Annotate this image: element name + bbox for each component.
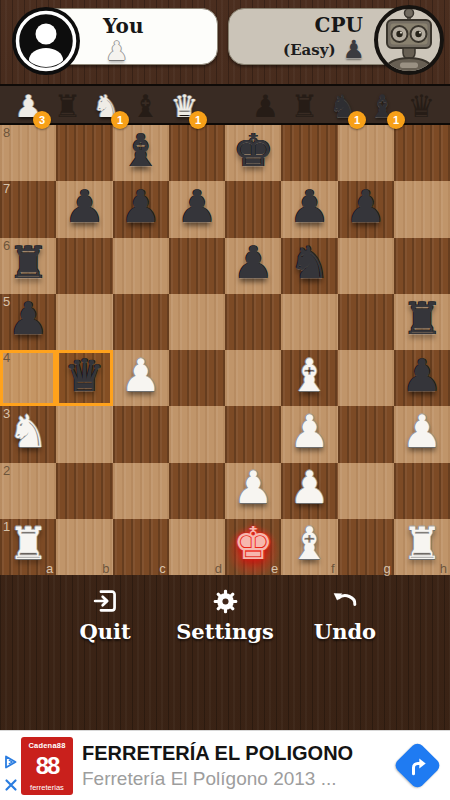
square-b5[interactable] bbox=[56, 294, 112, 350]
black-queen-b4[interactable]: ♛ bbox=[64, 353, 104, 398]
black-pawn-h4[interactable]: ♟ bbox=[402, 353, 442, 398]
square-a5[interactable]: 5♟ bbox=[0, 294, 56, 350]
quit-button[interactable]: Quit bbox=[61, 586, 149, 665]
ghost-queen-icon: ♛ bbox=[408, 90, 436, 123]
square-g6[interactable] bbox=[338, 238, 394, 294]
square-f6[interactable]: ♞ bbox=[281, 238, 337, 294]
ad-text[interactable]: FERRETERÍA EL POLIGONO Ferretería El Pol… bbox=[73, 741, 384, 791]
square-c4[interactable]: ♟ bbox=[113, 350, 169, 406]
gear-icon bbox=[212, 586, 239, 616]
black-pawn-d7[interactable]: ♟ bbox=[177, 184, 217, 229]
white-pawn-c4[interactable]: ♟ bbox=[120, 353, 160, 398]
square-d3[interactable] bbox=[169, 406, 225, 462]
black-king-e8[interactable]: ♚ bbox=[233, 128, 273, 173]
action-bar: Quit Settings bbox=[0, 575, 450, 665]
robot-avatar-icon bbox=[370, 4, 448, 78]
rank-label-3: 3 bbox=[3, 406, 10, 421]
capture-count-badge: 1 bbox=[348, 111, 366, 129]
black-pawn-e6[interactable]: ♟ bbox=[233, 240, 273, 285]
square-a6[interactable]: 6♜ bbox=[0, 238, 56, 294]
ad-cta[interactable] bbox=[384, 731, 450, 800]
square-d8[interactable] bbox=[169, 125, 225, 181]
difficulty-label: (Easy) bbox=[283, 41, 336, 59]
square-b3[interactable] bbox=[56, 406, 112, 462]
file-label-b: b bbox=[102, 561, 109, 576]
square-h3[interactable]: ♟ bbox=[394, 406, 450, 462]
black-pawn-icon: ♟ bbox=[343, 37, 365, 62]
square-c8[interactable]: ♝ bbox=[113, 125, 169, 181]
file-label-e: e bbox=[271, 561, 278, 576]
exit-icon bbox=[91, 586, 119, 616]
square-b8[interactable] bbox=[56, 125, 112, 181]
square-d7[interactable]: ♟ bbox=[169, 181, 225, 237]
square-g8[interactable] bbox=[338, 125, 394, 181]
square-h1[interactable]: h♜ bbox=[394, 519, 450, 575]
player-card-you[interactable]: You ♟ bbox=[10, 5, 222, 77]
undo-arrow-icon bbox=[330, 586, 360, 616]
square-h7[interactable] bbox=[394, 181, 450, 237]
logo-88-mark: 88 bbox=[36, 756, 59, 776]
ghost-rook-icon: ♜ bbox=[54, 90, 82, 123]
square-g2[interactable] bbox=[338, 463, 394, 519]
square-c6[interactable] bbox=[113, 238, 169, 294]
square-d6[interactable] bbox=[169, 238, 225, 294]
file-label-d: d bbox=[215, 561, 222, 576]
square-f4[interactable]: ♝ bbox=[281, 350, 337, 406]
square-c2[interactable] bbox=[113, 463, 169, 519]
player-card-cpu[interactable]: CPU (Easy) ♟ bbox=[226, 5, 440, 77]
square-g7[interactable]: ♟ bbox=[338, 181, 394, 237]
captured-black-rook: ♜ bbox=[285, 86, 324, 123]
white-pawn-f3[interactable]: ♟ bbox=[289, 409, 329, 454]
ad-close-icon[interactable] bbox=[4, 778, 18, 796]
square-d4[interactable] bbox=[169, 350, 225, 406]
square-f7[interactable]: ♟ bbox=[281, 181, 337, 237]
square-e6[interactable]: ♟ bbox=[225, 238, 281, 294]
turn-right-arrow-icon bbox=[392, 741, 441, 790]
rank-label-4: 4 bbox=[3, 350, 10, 365]
file-label-a: a bbox=[46, 561, 53, 576]
captured-white-knight: ♞1 bbox=[87, 86, 126, 123]
white-knight-a3[interactable]: ♞ bbox=[8, 409, 48, 454]
white-pawn-h3[interactable]: ♟ bbox=[402, 409, 442, 454]
captured-white-group: ♟3♜♞1♝♛1 bbox=[9, 86, 204, 123]
file-label-g: g bbox=[384, 561, 391, 576]
black-rook-h5[interactable]: ♜ bbox=[402, 296, 442, 341]
quit-label: Quit bbox=[79, 619, 130, 644]
rank-label-7: 7 bbox=[3, 181, 10, 196]
square-g1[interactable]: g bbox=[338, 519, 394, 575]
square-a4[interactable]: 4 bbox=[0, 350, 56, 406]
capture-count-badge: 1 bbox=[111, 111, 129, 129]
black-pawn-a5[interactable]: ♟ bbox=[8, 296, 48, 341]
square-f8[interactable] bbox=[281, 125, 337, 181]
captured-white-rook: ♜ bbox=[48, 86, 87, 123]
square-e7[interactable] bbox=[225, 181, 281, 237]
square-d1[interactable]: d bbox=[169, 519, 225, 575]
capture-count-badge: 3 bbox=[33, 111, 51, 129]
square-e1[interactable]: e♚ bbox=[225, 519, 281, 575]
black-pawn-c7[interactable]: ♟ bbox=[120, 184, 160, 229]
square-a7[interactable]: 7 bbox=[0, 181, 56, 237]
ad-controls bbox=[0, 731, 21, 800]
rank-label-1: 1 bbox=[3, 519, 10, 534]
square-f1[interactable]: f♝ bbox=[281, 519, 337, 575]
ghost-bishop-icon: ♝ bbox=[132, 90, 160, 123]
white-bishop-f1[interactable]: ♝ bbox=[289, 521, 329, 566]
undo-label: Undo bbox=[314, 619, 376, 644]
rank-label-2: 2 bbox=[3, 463, 10, 478]
square-h4[interactable]: ♟ bbox=[394, 350, 450, 406]
person-avatar-icon bbox=[10, 5, 82, 77]
adchoices-icon[interactable] bbox=[3, 754, 19, 774]
settings-button[interactable]: Settings bbox=[181, 586, 269, 665]
square-b6[interactable] bbox=[56, 238, 112, 294]
square-f5[interactable] bbox=[281, 294, 337, 350]
captured-tray: ♟3♜♞1♝♛1 ♟♜♞1♝1♛ bbox=[0, 84, 450, 125]
player-name-you: You bbox=[103, 14, 217, 38]
capture-count-badge: 1 bbox=[189, 111, 207, 129]
white-pawn-f2[interactable]: ♟ bbox=[289, 465, 329, 510]
white-pawn-icon: ♟ bbox=[105, 38, 217, 64]
rank-label-5: 5 bbox=[3, 294, 10, 309]
square-f2[interactable]: ♟ bbox=[281, 463, 337, 519]
black-pawn-f7[interactable]: ♟ bbox=[289, 184, 329, 229]
captured-black-pawn: ♟ bbox=[246, 86, 285, 123]
white-rook-h1[interactable]: ♜ bbox=[402, 521, 442, 566]
captured-black-bishop: ♝1 bbox=[363, 86, 402, 123]
square-b2[interactable] bbox=[56, 463, 112, 519]
ad-subtitle: Ferretería El Polígono 2013 ... bbox=[82, 766, 384, 791]
black-rook-a6[interactable]: ♜ bbox=[8, 240, 48, 285]
square-a2[interactable]: 2 bbox=[0, 463, 56, 519]
square-g3[interactable] bbox=[338, 406, 394, 462]
captured-white-pawn: ♟3 bbox=[9, 86, 48, 123]
white-bishop-f4[interactable]: ♝ bbox=[289, 353, 329, 398]
capture-count-badge: 1 bbox=[387, 111, 405, 129]
square-b7[interactable]: ♟ bbox=[56, 181, 112, 237]
ghost-pawn-icon: ♟ bbox=[252, 90, 280, 123]
black-bishop-c8[interactable]: ♝ bbox=[120, 128, 160, 173]
black-pawn-b7[interactable]: ♟ bbox=[64, 184, 104, 229]
square-g5[interactable] bbox=[338, 294, 394, 350]
square-e8[interactable]: ♚ bbox=[225, 125, 281, 181]
square-e3[interactable] bbox=[225, 406, 281, 462]
header: You ♟ CPU (Easy) ♟ bbox=[0, 0, 450, 84]
file-label-c: c bbox=[159, 561, 166, 576]
undo-button[interactable]: Undo bbox=[301, 586, 389, 665]
square-c3[interactable] bbox=[113, 406, 169, 462]
settings-label: Settings bbox=[176, 619, 274, 644]
square-d2[interactable] bbox=[169, 463, 225, 519]
ad-banner[interactable]: Cadena88 88 ferreterias FERRETERÍA EL PO… bbox=[0, 730, 450, 800]
rank-label-8: 8 bbox=[3, 125, 10, 140]
square-h6[interactable] bbox=[394, 238, 450, 294]
rank-label-6: 6 bbox=[3, 238, 10, 253]
square-g4[interactable] bbox=[338, 350, 394, 406]
square-a1[interactable]: 1a♜ bbox=[0, 519, 56, 575]
white-king-e1[interactable]: ♚ bbox=[233, 521, 273, 566]
black-pawn-g7[interactable]: ♟ bbox=[345, 184, 385, 229]
ghost-rook-icon: ♜ bbox=[291, 90, 319, 123]
square-h5[interactable]: ♜ bbox=[394, 294, 450, 350]
square-b4[interactable]: ♛ bbox=[56, 350, 112, 406]
square-h2[interactable] bbox=[394, 463, 450, 519]
black-knight-f6[interactable]: ♞ bbox=[289, 240, 329, 285]
captured-black-knight: ♞1 bbox=[324, 86, 363, 123]
square-e5[interactable] bbox=[225, 294, 281, 350]
app-screen: You ♟ CPU (Easy) ♟ bbox=[0, 0, 450, 800]
square-c1[interactable]: c bbox=[113, 519, 169, 575]
square-e4[interactable] bbox=[225, 350, 281, 406]
square-b1[interactable]: b bbox=[56, 519, 112, 575]
ad-title: FERRETERÍA EL POLIGONO bbox=[82, 741, 384, 766]
captured-black-queen: ♛ bbox=[402, 86, 441, 123]
square-a8[interactable]: 8 bbox=[0, 125, 56, 181]
captured-black-group: ♟♜♞1♝1♛ bbox=[246, 86, 441, 123]
logo-top-text: Cadena88 bbox=[28, 741, 65, 750]
captured-white-queen: ♛1 bbox=[165, 86, 204, 123]
file-label-h: h bbox=[440, 561, 447, 576]
file-label-f: f bbox=[331, 561, 335, 576]
board: 8♝♚7♟♟♟♟♟6♜♟♞5♟♜4♛♟♝♟3♞♟♟2♟♟1a♜bcde♚f♝gh… bbox=[0, 125, 450, 575]
white-rook-a1[interactable]: ♜ bbox=[8, 521, 48, 566]
logo-bottom-text: ferreterias bbox=[30, 783, 64, 792]
player-name-cpu: CPU bbox=[229, 13, 363, 37]
white-pawn-e2[interactable]: ♟ bbox=[233, 465, 273, 510]
advertiser-logo[interactable]: Cadena88 88 ferreterias bbox=[21, 737, 73, 795]
square-c5[interactable] bbox=[113, 294, 169, 350]
square-h8[interactable] bbox=[394, 125, 450, 181]
square-c7[interactable]: ♟ bbox=[113, 181, 169, 237]
square-a3[interactable]: 3♞ bbox=[0, 406, 56, 462]
square-d5[interactable] bbox=[169, 294, 225, 350]
captured-white-bishop: ♝ bbox=[126, 86, 165, 123]
square-f3[interactable]: ♟ bbox=[281, 406, 337, 462]
square-e2[interactable]: ♟ bbox=[225, 463, 281, 519]
